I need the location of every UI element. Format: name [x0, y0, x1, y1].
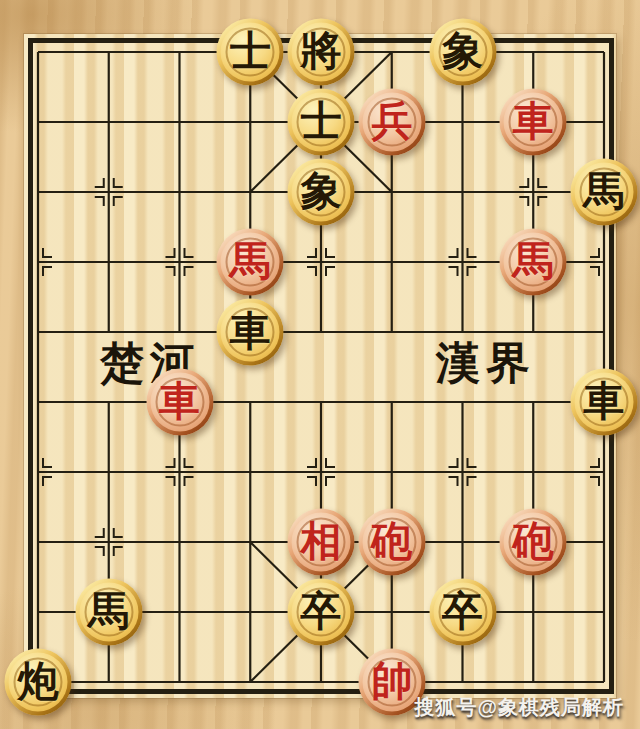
piece-glyph: 士: [301, 101, 342, 142]
piece-black-馬-f1r8[interactable]: 馬: [75, 579, 142, 646]
xiangqi-board-screenshot: 楚河 漢界 士將象士兵車象馬馬馬車車車相砲砲馬卒卒炮帥 搜狐号@象棋残局解析: [0, 0, 640, 729]
piece-glyph: 車: [159, 381, 200, 422]
piece-face: 炮: [9, 653, 68, 712]
piece-face: 車: [504, 93, 563, 152]
piece-face: 馬: [504, 233, 563, 292]
piece-black-士-f3r0[interactable]: 士: [217, 19, 284, 86]
piece-face: 馬: [79, 583, 138, 642]
piece-face: 相: [292, 513, 351, 572]
piece-face: 砲: [362, 513, 421, 572]
piece-red-砲-f5r7[interactable]: 砲: [358, 509, 425, 576]
piece-face: 車: [575, 373, 634, 432]
piece-glyph: 馬: [513, 241, 554, 282]
piece-red-馬-f3r3[interactable]: 馬: [217, 229, 284, 296]
piece-glyph: 卒: [301, 591, 342, 632]
piece-red-兵-f5r1[interactable]: 兵: [358, 89, 425, 156]
piece-glyph: 馬: [584, 171, 625, 212]
piece-face: 兵: [362, 93, 421, 152]
piece-glyph: 將: [301, 31, 342, 72]
piece-face: 馬: [221, 233, 280, 292]
piece-glyph: 車: [230, 311, 271, 352]
piece-black-卒-f6r8[interactable]: 卒: [429, 579, 496, 646]
piece-face: 士: [292, 93, 351, 152]
piece-glyph: 兵: [371, 101, 412, 142]
piece-glyph: 象: [301, 171, 342, 212]
piece-face: 士: [221, 23, 280, 82]
piece-face: 馬: [575, 163, 634, 222]
piece-glyph: 卒: [442, 591, 483, 632]
piece-face: 象: [433, 23, 492, 82]
pieces-layer: 士將象士兵車象馬馬馬車車車相砲砲馬卒卒炮帥: [0, 0, 640, 729]
piece-glyph: 炮: [18, 661, 59, 702]
piece-black-士-f4r1[interactable]: 士: [288, 89, 355, 156]
piece-red-車-f2r5[interactable]: 車: [146, 369, 213, 436]
piece-glyph: 馬: [230, 241, 271, 282]
piece-glyph: 相: [301, 521, 342, 562]
piece-face: 卒: [433, 583, 492, 642]
piece-red-砲-f7r7[interactable]: 砲: [500, 509, 567, 576]
piece-face: 卒: [292, 583, 351, 642]
piece-glyph: 馬: [88, 591, 129, 632]
piece-face: 車: [221, 303, 280, 362]
piece-glyph: 砲: [513, 521, 554, 562]
piece-glyph: 車: [584, 381, 625, 422]
piece-red-車-f7r1[interactable]: 車: [500, 89, 567, 156]
piece-face: 車: [150, 373, 209, 432]
piece-black-將-f4r0[interactable]: 將: [288, 19, 355, 86]
piece-face: 將: [292, 23, 351, 82]
piece-black-車-f8r5[interactable]: 車: [571, 369, 638, 436]
piece-black-炮-f0r9[interactable]: 炮: [5, 649, 72, 716]
piece-glyph: 士: [230, 31, 271, 72]
piece-black-卒-f4r8[interactable]: 卒: [288, 579, 355, 646]
piece-black-車-f3r4[interactable]: 車: [217, 299, 284, 366]
piece-glyph: 帥: [371, 661, 412, 702]
piece-face: 象: [292, 163, 351, 222]
piece-red-馬-f7r3[interactable]: 馬: [500, 229, 567, 296]
piece-red-相-f4r7[interactable]: 相: [288, 509, 355, 576]
piece-glyph: 象: [442, 31, 483, 72]
watermark: 搜狐号@象棋残局解析: [414, 694, 624, 721]
piece-face: 砲: [504, 513, 563, 572]
piece-face: 帥: [362, 653, 421, 712]
piece-black-象-f4r2[interactable]: 象: [288, 159, 355, 226]
piece-black-象-f6r0[interactable]: 象: [429, 19, 496, 86]
piece-glyph: 砲: [371, 521, 412, 562]
piece-black-馬-f8r2[interactable]: 馬: [571, 159, 638, 226]
piece-glyph: 車: [513, 101, 554, 142]
